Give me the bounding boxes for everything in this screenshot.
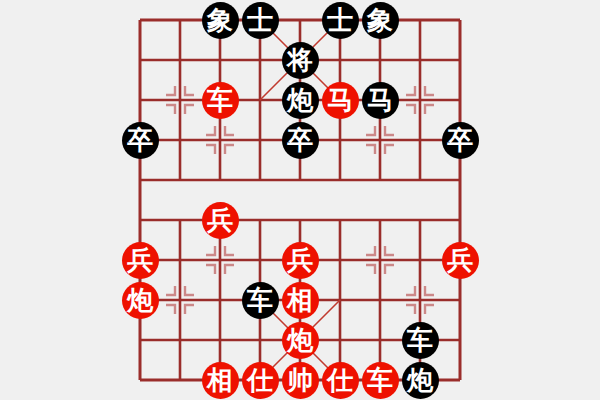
piece-black-cannon[interactable]: 炮 — [282, 82, 319, 119]
piece-black-cannon[interactable]: 炮 — [402, 362, 439, 399]
piece-black-advisor[interactable]: 士 — [242, 2, 279, 39]
piece-black-general[interactable]: 将 — [282, 42, 319, 79]
piece-black-horse[interactable]: 马 — [362, 82, 399, 119]
xiangqi-board: 象士士象将炮马卒卒卒车车炮车马兵兵兵兵炮相炮相仕帅仕车 — [0, 0, 600, 400]
piece-red-advisor[interactable]: 仕 — [242, 362, 279, 399]
piece-red-advisor[interactable]: 仕 — [322, 362, 359, 399]
piece-red-soldier[interactable]: 兵 — [202, 202, 239, 239]
piece-black-advisor[interactable]: 士 — [322, 2, 359, 39]
piece-red-chariot[interactable]: 车 — [202, 82, 239, 119]
piece-black-soldier[interactable]: 卒 — [442, 122, 479, 159]
piece-black-elephant[interactable]: 象 — [202, 2, 239, 39]
piece-red-horse[interactable]: 马 — [322, 82, 359, 119]
piece-black-chariot[interactable]: 车 — [242, 282, 279, 319]
piece-red-soldier[interactable]: 兵 — [442, 242, 479, 279]
piece-red-chariot[interactable]: 车 — [362, 362, 399, 399]
piece-red-soldier[interactable]: 兵 — [282, 242, 319, 279]
piece-black-soldier[interactable]: 卒 — [122, 122, 159, 159]
piece-black-chariot[interactable]: 车 — [402, 322, 439, 359]
piece-red-cannon[interactable]: 炮 — [282, 322, 319, 359]
pieces-layer: 象士士象将炮马卒卒卒车车炮车马兵兵兵兵炮相炮相仕帅仕车 — [0, 0, 600, 400]
piece-black-soldier[interactable]: 卒 — [282, 122, 319, 159]
piece-red-general[interactable]: 帅 — [282, 362, 319, 399]
piece-red-elephant[interactable]: 相 — [202, 362, 239, 399]
piece-red-cannon[interactable]: 炮 — [122, 282, 159, 319]
piece-red-soldier[interactable]: 兵 — [122, 242, 159, 279]
piece-black-elephant[interactable]: 象 — [362, 2, 399, 39]
piece-red-elephant[interactable]: 相 — [282, 282, 319, 319]
